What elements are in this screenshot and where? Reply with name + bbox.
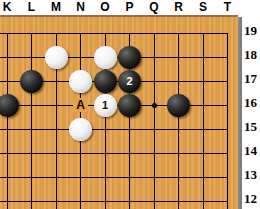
col-label-K: K	[0, 0, 19, 15]
black-stone-P18	[118, 46, 141, 69]
go-diagram: KLMNOPQRST 1918171615141312 A21	[0, 0, 260, 209]
black-stone-L17	[20, 70, 43, 93]
col-label-Q: Q	[142, 0, 166, 15]
white-stone-O18	[94, 46, 117, 69]
col-label-O: O	[93, 0, 117, 15]
row-label-14: 14	[242, 144, 259, 158]
col-label-N: N	[69, 0, 93, 15]
col-label-S: S	[191, 0, 215, 15]
black-stone-O17	[94, 70, 117, 93]
board-top-edge	[0, 15, 238, 17]
row-label-12: 12	[242, 192, 259, 206]
row-label-13: 13	[242, 168, 259, 182]
letter-label-A-N16: A	[73, 98, 88, 112]
row-label-18: 18	[242, 48, 259, 62]
white-stone-N17	[69, 70, 92, 93]
row-label-17: 17	[242, 72, 259, 86]
row-label-19: 19	[242, 24, 259, 38]
col-label-T: T	[216, 0, 240, 15]
row-label-16: 16	[242, 96, 259, 110]
star-point-Q16	[152, 103, 157, 108]
black-stone-P17: 2	[118, 70, 141, 93]
black-stone-K16	[0, 94, 19, 117]
white-stone-M18	[45, 46, 68, 69]
board-edge-shadow	[238, 17, 242, 209]
go-board[interactable]: A21	[0, 15, 238, 209]
row-label-15: 15	[242, 120, 259, 134]
black-stone-R16	[167, 94, 190, 117]
board-grid: A21	[0, 21, 240, 209]
white-stone-N15	[69, 118, 92, 141]
black-stone-P16	[118, 94, 141, 117]
white-stone-O16: 1	[94, 94, 117, 117]
col-label-P: P	[118, 0, 142, 15]
col-label-R: R	[167, 0, 191, 15]
col-label-M: M	[44, 0, 68, 15]
col-label-L: L	[20, 0, 44, 15]
